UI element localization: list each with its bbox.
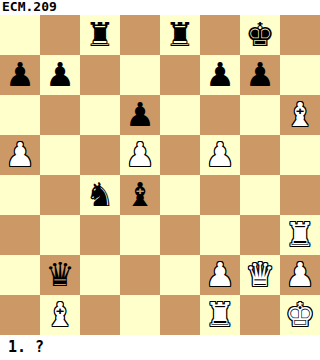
piece-black-pawn: ♟ (240, 55, 280, 95)
piece-black-pawn: ♟ (200, 55, 240, 95)
square-e3[interactable] (160, 215, 200, 255)
piece-white-rook: ♜ (280, 215, 320, 255)
square-f6[interactable] (200, 95, 240, 135)
square-c8[interactable]: ♜ (80, 15, 120, 55)
square-e8[interactable]: ♜ (160, 15, 200, 55)
square-b7[interactable]: ♟ (40, 55, 80, 95)
square-g7[interactable]: ♟ (240, 55, 280, 95)
square-c5[interactable] (80, 135, 120, 175)
square-d7[interactable] (120, 55, 160, 95)
square-h1[interactable]: ♚ (280, 295, 320, 335)
square-h7[interactable] (280, 55, 320, 95)
square-b6[interactable] (40, 95, 80, 135)
square-c6[interactable] (80, 95, 120, 135)
square-b1[interactable]: ♝ (40, 295, 80, 335)
square-g3[interactable] (240, 215, 280, 255)
square-d8[interactable] (120, 15, 160, 55)
piece-black-pawn: ♟ (0, 55, 40, 95)
square-a5[interactable]: ♟ (0, 135, 40, 175)
square-f3[interactable] (200, 215, 240, 255)
piece-white-pawn: ♟ (0, 135, 40, 175)
square-d2[interactable] (120, 255, 160, 295)
chess-board: ♜♜♚♟♟♟♟♟♝♟♟♟♞♝♜♛♟♛♟♝♜♚ (0, 15, 320, 335)
square-h8[interactable] (280, 15, 320, 55)
square-g4[interactable] (240, 175, 280, 215)
move-prompt: 1. ? (0, 335, 320, 360)
piece-white-pawn: ♟ (280, 255, 320, 295)
square-a8[interactable] (0, 15, 40, 55)
square-f4[interactable] (200, 175, 240, 215)
square-e1[interactable] (160, 295, 200, 335)
square-e2[interactable] (160, 255, 200, 295)
square-c1[interactable] (80, 295, 120, 335)
square-d1[interactable] (120, 295, 160, 335)
piece-black-pawn: ♟ (120, 95, 160, 135)
square-h6[interactable]: ♝ (280, 95, 320, 135)
square-g8[interactable]: ♚ (240, 15, 280, 55)
piece-black-rook: ♜ (160, 15, 200, 55)
square-a4[interactable] (0, 175, 40, 215)
piece-white-pawn: ♟ (200, 135, 240, 175)
piece-black-rook: ♜ (80, 15, 120, 55)
square-a2[interactable] (0, 255, 40, 295)
square-b2[interactable]: ♛ (40, 255, 80, 295)
piece-black-queen: ♛ (40, 255, 80, 295)
square-b4[interactable] (40, 175, 80, 215)
square-g1[interactable] (240, 295, 280, 335)
square-c2[interactable] (80, 255, 120, 295)
square-d4[interactable]: ♝ (120, 175, 160, 215)
square-e4[interactable] (160, 175, 200, 215)
piece-black-pawn: ♟ (40, 55, 80, 95)
puzzle-id: ECM.209 (0, 0, 320, 15)
piece-white-pawn: ♟ (200, 255, 240, 295)
square-g5[interactable] (240, 135, 280, 175)
square-f8[interactable] (200, 15, 240, 55)
square-e6[interactable] (160, 95, 200, 135)
square-e7[interactable] (160, 55, 200, 95)
square-h5[interactable] (280, 135, 320, 175)
square-h3[interactable]: ♜ (280, 215, 320, 255)
piece-white-rook: ♜ (200, 295, 240, 335)
square-c7[interactable] (80, 55, 120, 95)
square-f5[interactable]: ♟ (200, 135, 240, 175)
square-a6[interactable] (0, 95, 40, 135)
page: ECM.209 ♜♜♚♟♟♟♟♟♝♟♟♟♞♝♜♛♟♛♟♝♜♚ 1. ? (0, 0, 320, 360)
square-h4[interactable] (280, 175, 320, 215)
piece-black-king: ♚ (240, 15, 280, 55)
square-a3[interactable] (0, 215, 40, 255)
square-d5[interactable]: ♟ (120, 135, 160, 175)
square-h2[interactable]: ♟ (280, 255, 320, 295)
square-e5[interactable] (160, 135, 200, 175)
piece-white-queen: ♛ (240, 255, 280, 295)
square-a1[interactable] (0, 295, 40, 335)
square-d3[interactable] (120, 215, 160, 255)
piece-white-king: ♚ (280, 295, 320, 335)
square-b3[interactable] (40, 215, 80, 255)
piece-white-pawn: ♟ (120, 135, 160, 175)
piece-black-bishop: ♝ (120, 175, 160, 215)
square-b8[interactable] (40, 15, 80, 55)
square-f2[interactable]: ♟ (200, 255, 240, 295)
piece-white-bishop: ♝ (40, 295, 80, 335)
square-c3[interactable] (80, 215, 120, 255)
square-g2[interactable]: ♛ (240, 255, 280, 295)
piece-white-bishop: ♝ (280, 95, 320, 135)
square-f1[interactable]: ♜ (200, 295, 240, 335)
square-f7[interactable]: ♟ (200, 55, 240, 95)
square-d6[interactable]: ♟ (120, 95, 160, 135)
piece-black-knight: ♞ (80, 175, 120, 215)
square-c4[interactable]: ♞ (80, 175, 120, 215)
square-a7[interactable]: ♟ (0, 55, 40, 95)
square-g6[interactable] (240, 95, 280, 135)
square-b5[interactable] (40, 135, 80, 175)
